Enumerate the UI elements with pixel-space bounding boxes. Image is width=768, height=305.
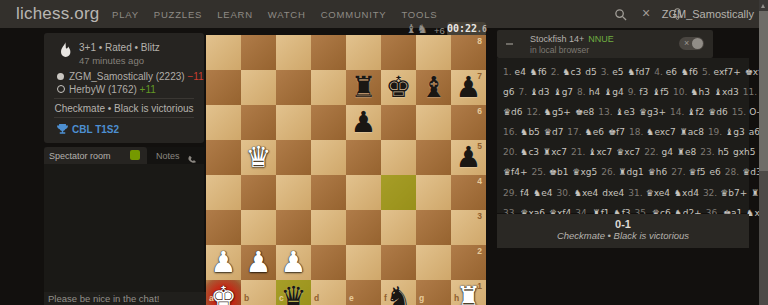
move-number: 27. [671, 167, 685, 177]
piece-black-pawn[interactable]: ♟ [346, 105, 381, 140]
piece-white-pawn[interactable]: ♟ [276, 245, 311, 280]
top-nav-bar: lichess.org PLAY PUZZLES LEARN WATCH COM… [0, 0, 768, 28]
move-token[interactable]: ♞c3 [562, 67, 581, 77]
top-player-clock: 00:22.6 [447, 22, 486, 36]
square-a8[interactable] [206, 35, 241, 70]
piece-white-pawn[interactable]: ♟ [241, 245, 276, 280]
move-token[interactable]: ♚b1 [549, 167, 569, 177]
move-token[interactable]: ♝g4 [604, 87, 624, 97]
board: 8♜♚♝♟7♟6♛♟543♟♟♟2♚ab♛cde♞fg♜1h [206, 35, 486, 305]
square-g1[interactable]: g [416, 280, 451, 305]
move-token[interactable]: e6 [666, 67, 677, 77]
square-a1[interactable]: ♚a [206, 280, 241, 305]
move-token[interactable]: ♞fd7 [627, 67, 650, 77]
move-number: 4. [654, 67, 663, 77]
square-a6[interactable] [206, 105, 241, 140]
move-token[interactable]: g6 [503, 87, 514, 97]
divider [54, 98, 194, 99]
square-c2[interactable]: ♟ [276, 245, 311, 280]
move-token[interactable]: ♞g5+ [544, 107, 571, 117]
move-token[interactable]: h4 [589, 87, 600, 97]
move-token[interactable]: ♛d6 [503, 107, 523, 117]
square-f3[interactable] [381, 210, 416, 245]
move-token[interactable]: e4 [515, 67, 526, 77]
square-c7[interactable] [276, 70, 311, 105]
move-token[interactable]: ♛xc7 [616, 147, 640, 157]
move-token[interactable]: ♞h3 [690, 87, 710, 97]
move-number: 31. [628, 188, 642, 198]
square-g5[interactable] [416, 140, 451, 175]
move-token[interactable]: ♝xc7 [588, 147, 612, 157]
square-d7[interactable] [311, 70, 346, 105]
square-a5[interactable] [206, 140, 241, 175]
nav-tools[interactable]: TOOLS [401, 9, 437, 20]
square-c1[interactable]: ♛c [276, 280, 311, 305]
move-token[interactable]: ♞f6 [681, 67, 698, 77]
coord-rank-1: 1 [477, 281, 482, 291]
player-row-white[interactable]: ZGM_Samostically (2223) −11 [57, 71, 204, 82]
move-list: 1.e4♞f62.♞c3d53.e5♞fd74.e6♞f65.exf7+♚xf7… [497, 58, 749, 213]
tab-notes[interactable]: Notes [156, 151, 180, 161]
coord-rank-6: 6 [477, 106, 482, 116]
square-b4[interactable] [241, 175, 276, 210]
move-token[interactable]: h5 [718, 147, 729, 157]
move-number: 1. [503, 67, 512, 77]
square-e6[interactable]: ♟ [346, 105, 381, 140]
move-number: 16. [503, 127, 517, 137]
square-d3[interactable] [311, 210, 346, 245]
move-token[interactable]: ♞e6 [585, 127, 604, 137]
square-e2[interactable] [346, 245, 381, 280]
move-number: 3. [601, 67, 610, 77]
move-number: 12. [527, 107, 541, 117]
square-f5[interactable] [381, 140, 416, 175]
move-token[interactable]: f3 [639, 87, 648, 97]
square-e8[interactable] [346, 35, 381, 70]
square-a4[interactable] [206, 175, 241, 210]
move-token[interactable]: ♞b5 [520, 127, 540, 137]
black-ring-icon [57, 85, 65, 93]
square-b6[interactable] [241, 105, 276, 140]
move-token[interactable]: ♚e8 [575, 107, 594, 117]
square-a7[interactable] [206, 70, 241, 105]
move-token[interactable]: ♜e8 [677, 147, 696, 157]
engine-location: in local browser [530, 45, 589, 55]
move-number: 15. [732, 107, 746, 117]
move-token[interactable]: ♛f4+ [503, 167, 528, 177]
captured-pieces: ♝♞ [406, 22, 428, 36]
move-number: 18. [629, 127, 643, 137]
square-d5[interactable] [311, 140, 346, 175]
search-icon[interactable] [614, 7, 627, 25]
coord-rank-4: 4 [477, 176, 482, 186]
move-token[interactable]: ♞xe4 [574, 188, 598, 198]
move-number: 21. [571, 147, 585, 157]
chat-toggle-green[interactable] [130, 150, 140, 160]
square-f6[interactable] [381, 105, 416, 140]
piece-black-bishop[interactable]: ♝ [416, 70, 451, 105]
square-g2[interactable] [416, 245, 451, 280]
square-h7[interactable]: ♟7 [451, 70, 486, 105]
trophy-icon [57, 123, 68, 134]
move-token[interactable]: ♛d6 [708, 107, 728, 117]
square-g3[interactable] [416, 210, 451, 245]
move-number: 28. [725, 167, 739, 177]
square-h6[interactable]: 6 [451, 105, 486, 140]
square-f1[interactable]: ♞f [381, 280, 416, 305]
move-token[interactable]: ♝f2 [687, 107, 704, 117]
square-e5[interactable] [346, 140, 381, 175]
square-h5[interactable]: ♟5 [451, 140, 486, 175]
blitz-flame-icon [57, 41, 73, 67]
move-number: 11. [743, 87, 757, 97]
main-nav: PLAY PUZZLES LEARN WATCH COMMUNITY TOOLS [112, 9, 437, 20]
nav-play[interactable]: PLAY [112, 9, 139, 20]
engine-toggle-switch[interactable]: × [679, 37, 704, 50]
move-number: 9. [628, 87, 637, 97]
coord-file-h: h [454, 293, 459, 303]
tab-spectator-room[interactable]: Spectator room [44, 147, 147, 164]
nav-watch[interactable]: WATCH [268, 9, 306, 20]
square-d8[interactable] [311, 35, 346, 70]
nav-learn[interactable]: LEARN [217, 9, 253, 20]
move-number: 20. [503, 147, 517, 157]
move-number: 26. [601, 167, 615, 177]
square-g7[interactable]: ♝ [416, 70, 451, 105]
move-number: 19. [708, 127, 722, 137]
square-c3[interactable] [276, 210, 311, 245]
move-token[interactable]: dxe4 [602, 188, 624, 198]
game-info-card: 3+1 • Rated • Blitz 47 minutes ago ZGM_S… [44, 33, 204, 143]
move-token[interactable]: ♝g7 [554, 87, 574, 97]
piece-black-rook[interactable]: ♜ [346, 70, 381, 105]
chat-messages [44, 164, 204, 292]
square-h3[interactable]: 3 [451, 210, 486, 245]
square-f4[interactable] [381, 175, 416, 210]
move-token[interactable]: ♝xd3 [714, 87, 739, 97]
time-ago-label: 47 minutes ago [79, 55, 144, 66]
move-token[interactable]: f4 [520, 188, 529, 198]
move-number: 32. [703, 188, 717, 198]
move-number: 7. [518, 87, 527, 97]
coord-rank-3: 3 [477, 211, 482, 221]
move-token[interactable]: ♛b7+ [720, 188, 747, 198]
move-token[interactable]: ♝g3 [725, 127, 745, 137]
engine-name: Stockfish 14+NNUE [530, 34, 614, 44]
move-token[interactable]: ♞xd4 [674, 188, 699, 198]
rating-delta-white: −11 [187, 71, 203, 82]
move-number: 10. [673, 87, 687, 97]
coord-file-g: g [419, 293, 424, 303]
square-g6[interactable] [416, 105, 451, 140]
square-c8[interactable] [276, 35, 311, 70]
move-token[interactable]: ♚f7 [608, 127, 625, 137]
square-f8[interactable] [381, 35, 416, 70]
square-g8[interactable] [416, 35, 451, 70]
coord-file-b: b [244, 293, 249, 303]
move-token[interactable]: d5 [585, 67, 596, 77]
result-text: Checkmate • Black is victorious [497, 230, 749, 241]
square-d2[interactable] [311, 245, 346, 280]
move-number: 13. [598, 107, 612, 117]
move-number: 25. [532, 167, 546, 177]
move-token[interactable]: ♜dg1 [619, 167, 644, 177]
chat-panel: Spectator room Notes [44, 147, 204, 305]
move-token[interactable]: ♝d3 [530, 87, 550, 97]
divider [54, 117, 194, 118]
square-h1[interactable]: ♜1h [451, 280, 486, 305]
lichess-page: lichess.org PLAY PUZZLES LEARN WATCH COM… [0, 0, 768, 305]
move-token[interactable]: ♛h6 [648, 167, 668, 177]
square-b8[interactable] [241, 35, 276, 70]
move-token[interactable]: gxh5 [733, 147, 755, 157]
move-number: 8. [577, 87, 586, 97]
square-a2[interactable]: ♟ [206, 245, 241, 280]
square-d6[interactable] [311, 105, 346, 140]
player-row-black[interactable]: HerbyW (1762) +11 [57, 84, 156, 95]
square-d1[interactable]: d [311, 280, 346, 305]
square-d4[interactable] [311, 175, 346, 210]
move-number: 5. [702, 67, 711, 77]
move-token[interactable]: ♞c3 [520, 147, 539, 157]
move-token[interactable]: ♛g3+ [639, 107, 666, 117]
square-e1[interactable]: e [346, 280, 381, 305]
coord-rank-5: 5 [477, 141, 482, 151]
scrollbar-thumb[interactable] [759, 11, 768, 171]
chat-input[interactable] [44, 292, 212, 305]
game-status-text: Checkmate • Black is victorious [44, 103, 204, 114]
toggle-off-x-icon: × [684, 38, 689, 48]
page-scrollbar[interactable] [759, 0, 768, 305]
square-h2[interactable]: 2 [451, 245, 486, 280]
move-number: 23. [700, 147, 714, 157]
move-number: 30. [557, 188, 571, 198]
engine-panel: Stockfish 14+NNUE in local browser × [497, 30, 713, 58]
white-disc-icon [57, 73, 64, 80]
square-b2[interactable]: ♟ [241, 245, 276, 280]
coord-file-d: d [314, 293, 319, 303]
tournament-link[interactable]: CBL T1S2 [57, 123, 119, 135]
coord-rank-7: 7 [477, 71, 482, 81]
move-token[interactable]: e5 [612, 67, 623, 77]
square-c5[interactable] [276, 140, 311, 175]
square-e4[interactable] [346, 175, 381, 210]
square-h8[interactable]: 8 [451, 35, 486, 70]
move-token[interactable]: exf7+ [714, 67, 741, 77]
square-f2[interactable] [381, 245, 416, 280]
result-panel: 0-1 Checkmate • Black is victorious [497, 214, 749, 248]
nav-community[interactable]: COMMUNITY [321, 9, 387, 20]
toggle-knob [692, 38, 703, 49]
move-token[interactable]: ♛xg5 [572, 167, 597, 177]
coord-file-a: a [209, 293, 214, 303]
square-b3[interactable] [241, 210, 276, 245]
move-number: 29. [503, 188, 517, 198]
square-b5[interactable]: ♛ [241, 140, 276, 175]
piece-white-queen[interactable]: ♛ [241, 140, 276, 175]
square-h4[interactable]: 4 [451, 175, 486, 210]
square-c4[interactable] [276, 175, 311, 210]
lichess-logo[interactable]: lichess.org [16, 4, 99, 24]
engine-dash-icon [506, 43, 513, 45]
coord-rank-2: 2 [477, 246, 482, 256]
square-c6[interactable] [276, 105, 311, 140]
result-score: 0-1 [497, 218, 749, 230]
move-number: 17. [567, 127, 581, 137]
move-token[interactable]: ♞f6 [530, 67, 547, 77]
move-token[interactable]: ♛f5 [689, 167, 706, 177]
move-token[interactable]: e6 [710, 167, 721, 177]
move-token[interactable]: ♛d7 [544, 127, 564, 137]
square-e3[interactable] [346, 210, 381, 245]
move-token[interactable]: ♜ac8 [680, 127, 704, 137]
close-icon[interactable]: × [642, 5, 650, 21]
piece-white-pawn[interactable]: ♟ [206, 245, 241, 280]
square-f7[interactable]: ♚ [381, 70, 416, 105]
username-menu[interactable]: ZGM_Samostically [662, 8, 754, 20]
move-token[interactable]: ♞e4 [533, 188, 552, 198]
piece-black-king[interactable]: ♚ [381, 70, 416, 105]
move-token[interactable]: ♞exc7 [646, 127, 675, 137]
rating-delta-black: +11 [140, 84, 156, 95]
move-token[interactable]: g4 [662, 147, 673, 157]
nav-puzzles[interactable]: PUZZLES [154, 9, 202, 20]
coord-rank-8: 8 [477, 36, 482, 46]
coord-file-e: e [349, 293, 354, 303]
move-token[interactable]: ♝e3 [616, 107, 635, 117]
move-token[interactable]: ♝f5 [652, 87, 669, 97]
square-g4[interactable] [416, 175, 451, 210]
move-number: 2. [551, 67, 560, 77]
scroll-up-icon [761, 4, 765, 8]
square-b7[interactable] [241, 70, 276, 105]
nnue-badge: NNUE [588, 34, 614, 44]
move-token[interactable]: ♜xc7 [543, 147, 567, 157]
scroll-up-button[interactable] [759, 0, 768, 11]
square-e7[interactable]: ♜ [346, 70, 381, 105]
coord-file-f: f [384, 293, 387, 303]
chat-tabbar: Spectator room Notes [44, 147, 204, 164]
time-control-label: 3+1 • Rated • Blitz [79, 42, 160, 53]
move-number: 22. [644, 147, 658, 157]
square-b1[interactable]: b [241, 280, 276, 305]
move-number: 14. [670, 107, 684, 117]
move-token[interactable]: ♛xe4 [646, 188, 670, 198]
square-a3[interactable] [206, 210, 241, 245]
coord-file-c: c [279, 293, 284, 303]
